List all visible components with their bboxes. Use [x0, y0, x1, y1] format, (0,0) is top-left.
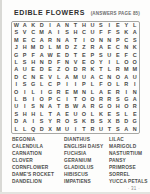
grid-cell: L [88, 81, 96, 88]
grid-cell: U [12, 103, 20, 110]
grid-cell: F [105, 29, 113, 36]
grid-cell: Z [54, 66, 62, 73]
word-list-item: GERANIUM [64, 157, 109, 164]
grid-cell: S [114, 96, 122, 103]
grid-cell: I [46, 22, 54, 29]
grid-cell: R [46, 37, 54, 44]
grid-cell: U [80, 74, 88, 81]
grid-cell: E [29, 66, 37, 73]
grid-cell: N [131, 126, 139, 133]
grid-cell: F [54, 59, 62, 66]
grid-cell: E [105, 111, 113, 118]
grid-cell: O [88, 37, 96, 44]
grid-cell: E [114, 22, 122, 29]
grid-cell: L [20, 126, 28, 133]
grid-cell: L [46, 44, 54, 51]
grid-cell: B [114, 118, 122, 125]
grid-cell: S [97, 118, 105, 125]
grid-cell: R [54, 89, 62, 96]
grid-cell: I [37, 89, 45, 96]
grid-cell: U [88, 22, 96, 29]
grid-cell: K [29, 22, 37, 29]
grid-cell: D [63, 52, 71, 59]
grid-cell: T [54, 103, 62, 110]
grid-cell: D [37, 44, 45, 51]
grid-cell: W [12, 22, 20, 29]
grid-cell: M [131, 66, 139, 73]
grid-cell: V [71, 59, 79, 66]
grid-cell: H [71, 29, 79, 36]
word-list-item: GLADIOLUS [64, 164, 109, 171]
grid-cell: R [122, 81, 130, 88]
grid-cell: D [122, 118, 130, 125]
grid-cell: S [29, 103, 37, 110]
grid-cell: A [131, 29, 139, 36]
grid-cell: N [54, 37, 62, 44]
grid-cell: I [63, 96, 71, 103]
grid-cell: K [122, 29, 130, 36]
grid-cell: R [114, 89, 122, 96]
grid-cell: W [71, 103, 79, 110]
grid-cell: I [12, 81, 20, 88]
grid-cell: A [131, 96, 139, 103]
grid-cell: W [46, 52, 54, 59]
grid-cell: O [131, 59, 139, 66]
grid-cell: G [97, 103, 105, 110]
grid-cell: K [80, 118, 88, 125]
grid-cell: I [131, 81, 139, 88]
grid-cell: K [97, 111, 105, 118]
page-number: · 31 · [128, 186, 140, 191]
grid-cell: M [122, 66, 130, 73]
grid-cell: O [105, 103, 113, 110]
puzzle-page: EDIBLE FLOWERS (ANSWERS PAGE 85) WAKDIAN… [0, 0, 150, 194]
grid-cell: I [80, 37, 88, 44]
word-list-item: SORREL [109, 171, 145, 178]
grid-cell: K [131, 44, 139, 51]
grid-cell: T [46, 111, 54, 118]
grid-cell: C [20, 74, 28, 81]
grid-cell: C [122, 37, 130, 44]
grid-cell: D [37, 126, 45, 133]
grid-cell: L [88, 89, 96, 96]
grid-cell: M [71, 89, 79, 96]
grid-cell: A [63, 74, 71, 81]
answers-note: (ANSWERS PAGE 85) [91, 11, 140, 16]
grid-cell: M [29, 44, 37, 51]
grid-cell: B [88, 118, 96, 125]
grid-cell: C [46, 81, 54, 88]
grid-cell: V [20, 29, 28, 36]
grid-cell: E [37, 74, 45, 81]
grid-cell: T [105, 126, 113, 133]
word-list-item: HIBISCUS [64, 171, 109, 178]
grid-cell: O [122, 59, 130, 66]
grid-cell: D [12, 74, 20, 81]
grid-cell: L [105, 66, 113, 73]
word-search-grid: WAKDIANTHUSIEYLSVCMAISHCUFFSKAMECARNATIO… [11, 21, 140, 134]
grid-cell: L [114, 59, 122, 66]
grid-cell: F [97, 29, 105, 36]
grid-cell: P [20, 52, 28, 59]
grid-cell: L [131, 22, 139, 29]
grid-cell: E [46, 66, 54, 73]
grid-cell: R [88, 103, 96, 110]
grid-cell: F [29, 52, 37, 59]
grid-cell: T [97, 66, 105, 73]
grid-cell: I [71, 126, 79, 133]
grid-cell: T [71, 96, 79, 103]
grid-cell: G [122, 96, 130, 103]
grid-cell: O [63, 66, 71, 73]
grid-cell: M [37, 29, 45, 36]
word-list-item: YUCCA PETALS [109, 178, 145, 185]
grid-cell: N [37, 103, 45, 110]
grid-cell: A [20, 118, 28, 125]
word-list-item: CORNFLOWER [12, 164, 64, 171]
grid-cell: N [105, 37, 113, 44]
grid-cell: T [71, 37, 79, 44]
grid-cell: R [54, 118, 62, 125]
grid-cell: E [80, 59, 88, 66]
grid-cell: R [105, 96, 113, 103]
grid-cell: V [46, 74, 54, 81]
grid-cell: E [54, 52, 62, 59]
grid-cell: O [37, 96, 45, 103]
grid-cell: I [20, 89, 28, 96]
grid-cell: L [37, 81, 45, 88]
grid-cell: L [54, 74, 62, 81]
word-list-item: CARNATION [12, 150, 64, 157]
grid-cell: S [114, 111, 122, 118]
grid-cell: E [20, 37, 28, 44]
grid-cell: O [105, 81, 113, 88]
grid-cell: S [114, 126, 122, 133]
grid-cell: U [63, 126, 71, 133]
grid-cell: I [71, 81, 79, 88]
grid-cell: K [88, 66, 96, 73]
grid-cell: R [80, 66, 88, 73]
grid-cell: D [37, 22, 45, 29]
grid-cell: M [12, 37, 20, 44]
grid-cell: X [105, 118, 113, 125]
grid-cell: R [97, 96, 105, 103]
grid-cell: E [105, 44, 113, 51]
word-list-item: CALENDULA [12, 143, 64, 150]
grid-cell: Z [71, 44, 79, 51]
grid-cell: G [29, 81, 37, 88]
grid-cell: N [105, 74, 113, 81]
grid-cell: O [88, 59, 96, 66]
word-list-item: PANSY [109, 157, 145, 164]
grid-cell: C [29, 29, 37, 36]
grid-cell: D [71, 66, 79, 73]
grid-cell: S [97, 52, 105, 59]
word-list: BEGONIACALENDULACARNATIONCLOVERCORNFLOWE… [12, 136, 145, 185]
grid-cell: E [131, 111, 139, 118]
grid-cell: U [71, 111, 79, 118]
word-list-item: IMPATIENS [64, 178, 109, 185]
grid-cell: A [88, 74, 96, 81]
grid-cell: O [88, 96, 96, 103]
grid-cell: S [20, 59, 28, 66]
grid-cell: S [131, 37, 139, 44]
grid-cell: C [97, 74, 105, 81]
word-list-item: MARIGOLD [109, 143, 145, 150]
word-list-item: BEGONIA [12, 136, 64, 143]
grid-cell: I [105, 22, 113, 29]
grid-cell: L [122, 111, 130, 118]
grid-cell: O [80, 96, 88, 103]
grid-cell: L [12, 59, 20, 66]
grid-cell: S [20, 81, 28, 88]
grid-cell: S [71, 118, 79, 125]
grid-cell: A [54, 111, 62, 118]
grid-cell: U [105, 52, 113, 59]
word-list-item: NASTURTIUM [109, 150, 145, 157]
word-list-item: FUCHSIA [64, 150, 109, 157]
grid-cell: O [80, 111, 88, 118]
grid-cell: T [71, 52, 79, 59]
grid-cell: E [105, 89, 113, 96]
grid-cell: M [71, 74, 79, 81]
puzzle-title: EDIBLE FLOWERS [14, 9, 85, 16]
grid-cell: N [37, 59, 45, 66]
grid-cell: A [97, 44, 105, 51]
grid-cell: R [131, 103, 139, 110]
grid-cell: A [46, 103, 54, 110]
grid-cell: P [80, 81, 88, 88]
grid-cell: N [131, 89, 139, 96]
grid-cell: E [63, 89, 71, 96]
grid-cell: N [63, 59, 71, 66]
grid-cell: A [37, 52, 45, 59]
grid-cell: N [29, 74, 37, 81]
grid-cell: N [63, 22, 71, 29]
grid-cell: C [131, 52, 139, 59]
grid-cell: I [105, 59, 113, 66]
grid-cell: D [63, 44, 71, 51]
grid-cell: A [97, 89, 105, 96]
grid-cell: H [80, 22, 88, 29]
word-list-item: DAME'S ROCKET [12, 171, 64, 178]
grid-cell: N [80, 89, 88, 96]
grid-cell: E [80, 52, 88, 59]
grid-cell: B [63, 103, 71, 110]
grid-cell: S [37, 118, 45, 125]
grid-cell: R [88, 44, 96, 51]
grid-cell: C [80, 29, 88, 36]
grid-cell: U [97, 126, 105, 133]
grid-cell: M [54, 126, 62, 133]
grid-cell: S [63, 29, 71, 36]
grid-cell: C [29, 37, 37, 44]
grid-cell: I [122, 89, 130, 96]
grid-cell: D [46, 59, 54, 66]
grid-cell: R [88, 126, 96, 133]
grid-cell: L [12, 126, 20, 133]
word-list-item: LILAC [109, 136, 145, 143]
grid-cell: G [131, 118, 139, 125]
page-edge-left [0, 0, 2, 194]
grid-cell: Y [122, 22, 130, 29]
word-list-item: ENGLISH DAISY [64, 143, 109, 150]
grid-cell: H [114, 103, 122, 110]
grid-cell: T [80, 126, 88, 133]
grid-cell: Y [97, 59, 105, 66]
grid-cell: O [12, 89, 20, 96]
grid-cell: E [114, 52, 122, 59]
grid-cell: U [88, 29, 96, 36]
grid-cell: C [54, 96, 62, 103]
grid-cell: A [46, 29, 54, 36]
grid-cell: G [46, 89, 54, 96]
grid-cell: L [12, 96, 20, 103]
grid-cell: N [97, 37, 105, 44]
grid-cell: G [12, 52, 20, 59]
word-list-item: DIANTHUS [64, 136, 109, 143]
grid-cell: Y [46, 118, 54, 125]
grid-cell: H [20, 44, 28, 51]
word-list-item: PRIMROSE [109, 164, 145, 171]
grid-cell: A [12, 66, 20, 73]
grid-cell: P [54, 81, 62, 88]
grid-cell: A [54, 22, 62, 29]
grid-cell: A [122, 126, 130, 133]
grid-cell: B [20, 96, 28, 103]
grid-cell: S [12, 29, 20, 36]
grid-cell: Z [80, 44, 88, 51]
grid-cell: I [63, 81, 71, 88]
grid-cell: S [12, 111, 20, 118]
grid-cell: F [122, 52, 130, 59]
grid-cell: H [20, 111, 28, 118]
grid-cell: A [63, 37, 71, 44]
grid-cell: P [46, 96, 54, 103]
grid-cell: A [37, 37, 45, 44]
grid-cell: D [37, 66, 45, 73]
grid-cell: J [12, 44, 20, 51]
grid-cell: A [80, 103, 88, 110]
grid-cell: U [20, 66, 28, 73]
grid-cell: S [97, 22, 105, 29]
grid-cell: D [12, 118, 20, 125]
page-edge-bottom [0, 192, 150, 194]
grid-cell: I [29, 118, 37, 125]
grid-cell: X [46, 126, 54, 133]
grid-cell: I [54, 29, 62, 36]
grid-cell: H [29, 59, 37, 66]
grid-cell: A [122, 74, 130, 81]
grid-cell: Q [29, 126, 37, 133]
grid-cell: L [29, 89, 37, 96]
grid-cell: L [114, 81, 122, 88]
grid-cell: M [54, 44, 62, 51]
grid-cell: P [114, 37, 122, 44]
grid-cell: H [29, 111, 37, 118]
grid-cell: N [122, 44, 130, 51]
grid-cell: O [122, 103, 130, 110]
grid-cell: A [20, 22, 28, 29]
grid-cell: L [37, 111, 45, 118]
grid-cell: E [63, 111, 71, 118]
grid-cell: P [88, 52, 96, 59]
grid-cell: O [63, 118, 71, 125]
grid-cell: I [20, 103, 28, 110]
grid-cell: U [131, 74, 139, 81]
grid-cell: O [114, 74, 122, 81]
grid-cell: R [114, 66, 122, 73]
grid-cell: F [97, 81, 105, 88]
grid-cell: L [88, 111, 96, 118]
grid-cell: I [29, 96, 37, 103]
grid-cell: S [114, 29, 122, 36]
word-list-item: CLOVER [12, 157, 64, 164]
grid-cell: C [114, 44, 122, 51]
word-list-item: DANDELION [12, 178, 64, 185]
grid-cell: T [71, 22, 79, 29]
